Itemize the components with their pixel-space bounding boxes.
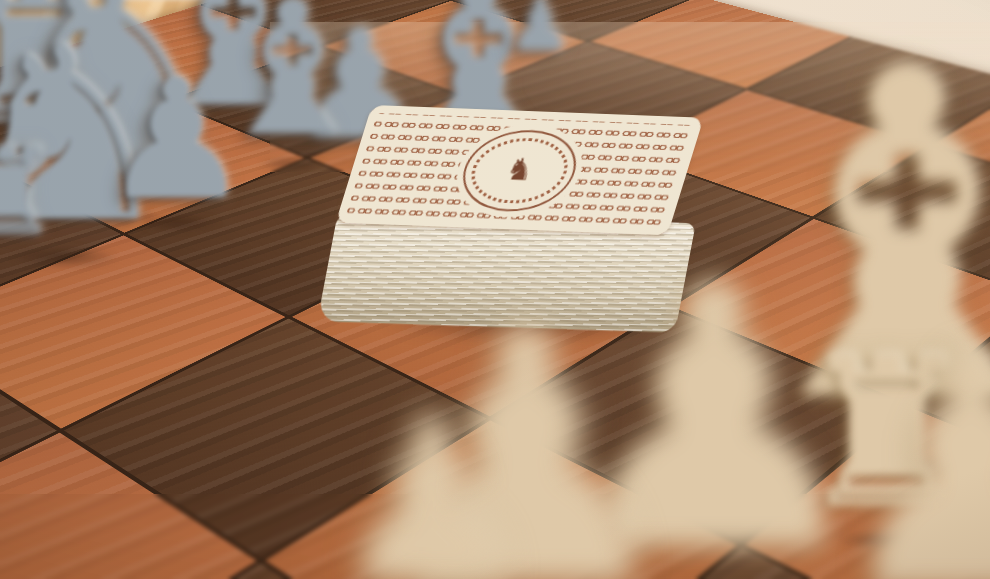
emblem-figure-icon: ♞	[501, 151, 539, 187]
gray-rook-a3[interactable]: ♜	[0, 132, 60, 252]
gray-pawn-d6[interactable]: ♟	[507, 0, 572, 61]
gray-pawn-c3[interactable]: ♟	[102, 58, 250, 223]
card-back-emblem: ♞	[452, 128, 587, 213]
photo-scene: ♜♞♞♟♝♝♟♝♟♜♝♟♟♜♟♟ ♞	[0, 0, 990, 579]
tan-pawn-d2[interactable]: ♟	[330, 392, 532, 579]
tan-pawn-h2[interactable]: ♟	[827, 317, 990, 579]
